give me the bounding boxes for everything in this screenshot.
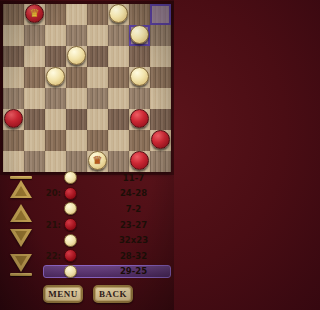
- triangle-up-bar-icon: [10, 180, 32, 198]
- red-piece-icon: [64, 187, 77, 200]
- board-square[interactable]: ♛: [24, 4, 45, 25]
- last-move-button[interactable]: [8, 254, 34, 276]
- board-square[interactable]: [150, 109, 171, 130]
- board-square[interactable]: [108, 25, 129, 46]
- board-square[interactable]: [66, 109, 87, 130]
- back-button-label: BACK: [99, 289, 127, 299]
- white-man[interactable]: [46, 67, 65, 86]
- board-square[interactable]: [3, 25, 24, 46]
- board-square[interactable]: [129, 88, 150, 109]
- board-square[interactable]: [87, 46, 108, 67]
- board-square[interactable]: [45, 109, 66, 130]
- board-square[interactable]: [150, 25, 171, 46]
- board-square[interactable]: [150, 67, 171, 88]
- board-square[interactable]: [108, 130, 129, 151]
- move-text: 7-2: [77, 204, 174, 214]
- white-man[interactable]: [130, 25, 149, 44]
- white-piece-icon: [64, 234, 77, 247]
- board-square[interactable]: [24, 25, 45, 46]
- board-square[interactable]: [87, 4, 108, 25]
- board-square[interactable]: [24, 109, 45, 130]
- white-piece-icon: [64, 265, 77, 278]
- white-man[interactable]: [109, 4, 128, 23]
- board-square[interactable]: [45, 25, 66, 46]
- move-row[interactable]: 29-25: [40, 264, 174, 280]
- board-square[interactable]: [24, 151, 45, 172]
- board-square[interactable]: [108, 88, 129, 109]
- crown-icon: ♛: [93, 155, 103, 166]
- white-man[interactable]: [130, 67, 149, 86]
- next-move-button[interactable]: [8, 229, 34, 247]
- white-man[interactable]: [67, 46, 86, 65]
- board-square[interactable]: [24, 46, 45, 67]
- board-square[interactable]: [87, 25, 108, 46]
- board-square[interactable]: [150, 151, 171, 172]
- move-text: 29-25: [77, 266, 174, 276]
- checkers-app-screen: { "game": "checkers", "window": {"width"…: [0, 0, 174, 310]
- move-row[interactable]: 7-2: [40, 201, 174, 217]
- board-square[interactable]: [108, 151, 129, 172]
- move-number-label: 20:: [40, 188, 61, 198]
- board-square[interactable]: [87, 88, 108, 109]
- board-square[interactable]: [66, 130, 87, 151]
- move-text: 28-32: [77, 251, 174, 261]
- board: ♛♛: [3, 4, 171, 172]
- board-square[interactable]: [66, 25, 87, 46]
- board-square[interactable]: [24, 88, 45, 109]
- board-square[interactable]: [24, 67, 45, 88]
- board-square[interactable]: [45, 88, 66, 109]
- board-square[interactable]: [129, 46, 150, 67]
- board-square[interactable]: [150, 88, 171, 109]
- board-square[interactable]: [129, 25, 150, 46]
- bar-icon: [10, 176, 32, 179]
- red-man[interactable]: [130, 151, 149, 170]
- board-square[interactable]: [87, 130, 108, 151]
- board-square[interactable]: [45, 130, 66, 151]
- move-row[interactable]: 20:24-28: [40, 186, 174, 202]
- board-square[interactable]: [3, 151, 24, 172]
- white-piece-icon: [64, 202, 77, 215]
- board-square[interactable]: [66, 88, 87, 109]
- board-square[interactable]: [3, 46, 24, 67]
- board-square[interactable]: [24, 130, 45, 151]
- board-square[interactable]: [66, 151, 87, 172]
- board-square[interactable]: [150, 46, 171, 67]
- board-square[interactable]: [108, 46, 129, 67]
- board-square[interactable]: [3, 4, 24, 25]
- board-square[interactable]: [129, 4, 150, 25]
- board-square[interactable]: [3, 130, 24, 151]
- board-square[interactable]: [129, 151, 150, 172]
- board-square[interactable]: [45, 4, 66, 25]
- triangle-up-icon: [10, 204, 32, 222]
- board-square[interactable]: [108, 67, 129, 88]
- board-square[interactable]: [45, 67, 66, 88]
- first-move-button[interactable]: [8, 176, 34, 198]
- red-man[interactable]: [151, 130, 170, 149]
- board-square[interactable]: [3, 67, 24, 88]
- red-man[interactable]: [4, 109, 23, 128]
- board-square[interactable]: [87, 109, 108, 130]
- menu-button[interactable]: MENU: [43, 285, 83, 303]
- board-square[interactable]: [150, 130, 171, 151]
- board-square[interactable]: [3, 88, 24, 109]
- move-row[interactable]: 21:23-27: [40, 217, 174, 233]
- white-piece-icon: [64, 171, 77, 184]
- red-man[interactable]: [130, 109, 149, 128]
- triangle-down-bar-icon: [10, 254, 32, 272]
- board-square[interactable]: [129, 130, 150, 151]
- move-text: 11-7: [77, 173, 174, 183]
- board-square[interactable]: [87, 67, 108, 88]
- move-row[interactable]: 32x23: [40, 232, 174, 248]
- white-king[interactable]: ♛: [88, 151, 107, 170]
- board-square[interactable]: [150, 4, 171, 25]
- board-square[interactable]: [66, 46, 87, 67]
- board-square[interactable]: [45, 46, 66, 67]
- move-text: 24-28: [77, 188, 174, 198]
- bar-icon: [10, 273, 32, 276]
- red-piece-icon: [64, 218, 77, 231]
- menu-button-label: MENU: [48, 289, 78, 299]
- red-piece-icon: [64, 249, 77, 262]
- move-row[interactable]: 22:28-32: [40, 248, 174, 264]
- triangle-down-icon: [10, 229, 32, 247]
- board-square[interactable]: [66, 67, 87, 88]
- move-number-label: 22:: [40, 251, 61, 261]
- board-square[interactable]: [45, 151, 66, 172]
- board-square[interactable]: [66, 4, 87, 25]
- move-text: 23-27: [77, 220, 174, 230]
- board-square[interactable]: [3, 109, 24, 130]
- red-king[interactable]: ♛: [25, 4, 44, 23]
- move-list: 11-720:24-287-221:23-2732x2322:28-3229-2…: [40, 170, 174, 279]
- nav-controls: [8, 175, 34, 277]
- move-row[interactable]: 11-7: [40, 170, 174, 186]
- board-square[interactable]: [129, 109, 150, 130]
- board-square[interactable]: [108, 109, 129, 130]
- prev-move-button[interactable]: [8, 204, 34, 222]
- move-text: 32x23: [77, 235, 174, 245]
- back-button[interactable]: BACK: [93, 285, 133, 303]
- crown-icon: ♛: [30, 8, 40, 19]
- board-square[interactable]: [108, 4, 129, 25]
- board-square[interactable]: ♛: [87, 151, 108, 172]
- move-number-label: 21:: [40, 220, 61, 230]
- board-square[interactable]: [129, 67, 150, 88]
